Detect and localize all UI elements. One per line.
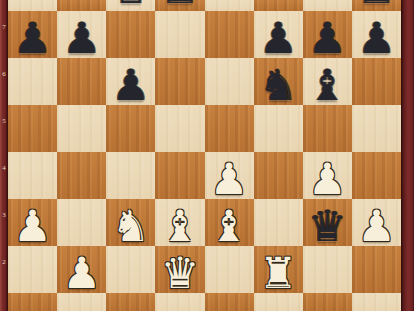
square-a7[interactable]: ♟ [8,11,57,58]
square-a1[interactable] [8,293,57,311]
square-a4[interactable] [8,152,57,199]
square-f8[interactable] [254,0,303,11]
black-pawn[interactable]: ♟ [259,17,298,60]
square-g5[interactable] [303,105,352,152]
square-b3[interactable] [57,199,106,246]
square-g1[interactable] [303,293,352,311]
rank-label-2: 2 [0,258,8,266]
square-h4[interactable] [352,152,401,199]
square-b8[interactable] [57,0,106,11]
rank-label-6: 6 [0,70,8,78]
square-c1[interactable] [106,293,155,311]
black-pawn[interactable]: ♟ [13,17,52,60]
square-h8[interactable]: ♜ [352,0,401,11]
black-rook-clipped[interactable]: ♜ [357,0,396,10]
square-c8[interactable]: ♚ [106,0,155,11]
square-h3[interactable]: ♟ [352,199,401,246]
square-a6[interactable] [8,58,57,105]
white-pawn[interactable]: ♟ [13,205,52,248]
square-f3[interactable] [254,199,303,246]
square-g6[interactable]: ♝ [303,58,352,105]
square-a3[interactable]: ♟ [8,199,57,246]
square-e2[interactable] [205,246,254,293]
black-pawn[interactable]: ♟ [112,64,151,107]
square-b7[interactable]: ♟ [57,11,106,58]
square-h6[interactable] [352,58,401,105]
square-b4[interactable] [57,152,106,199]
square-d8[interactable]: ♜ [155,0,204,11]
black-knight[interactable]: ♞ [259,64,298,107]
square-g8[interactable] [303,0,352,11]
square-c3[interactable]: ♞ [106,199,155,246]
square-a2[interactable] [8,246,57,293]
square-e8[interactable] [205,0,254,11]
square-d7[interactable] [155,11,204,58]
white-rook[interactable]: ♜ [259,252,298,295]
square-h5[interactable] [352,105,401,152]
square-d3[interactable]: ♝ [155,199,204,246]
white-bishop[interactable]: ♝ [210,205,249,248]
square-e6[interactable] [205,58,254,105]
square-c6[interactable]: ♟ [106,58,155,105]
square-a8[interactable] [8,0,57,11]
black-pawn[interactable]: ♟ [62,17,101,60]
square-b6[interactable] [57,58,106,105]
rank-label-4: 4 [0,164,8,172]
square-d4[interactable] [155,152,204,199]
chessboard: ♚♜♜♟♟♟♟♟♟♞♝♟♟♟♞♝♝♛♟♟♛♜ 765432 [0,0,414,311]
black-pawn[interactable]: ♟ [357,17,396,60]
square-h7[interactable]: ♟ [352,11,401,58]
square-d2[interactable]: ♛ [155,246,204,293]
square-c7[interactable] [106,11,155,58]
square-c4[interactable] [106,152,155,199]
square-f6[interactable]: ♞ [254,58,303,105]
square-c5[interactable] [106,105,155,152]
square-f7[interactable]: ♟ [254,11,303,58]
rank-label-5: 5 [0,117,8,125]
square-e5[interactable] [205,105,254,152]
white-pawn[interactable]: ♟ [357,205,396,248]
square-g4[interactable]: ♟ [303,152,352,199]
white-bishop[interactable]: ♝ [161,205,200,248]
square-e7[interactable] [205,11,254,58]
white-knight[interactable]: ♞ [112,205,151,248]
rank-label-7: 7 [0,23,8,31]
white-pawn[interactable]: ♟ [308,158,347,201]
square-f5[interactable] [254,105,303,152]
square-d5[interactable] [155,105,204,152]
white-pawn[interactable]: ♟ [210,158,249,201]
rank-label-3: 3 [0,211,8,219]
square-h2[interactable] [352,246,401,293]
black-queen[interactable]: ♛ [308,205,347,248]
square-g3[interactable]: ♛ [303,199,352,246]
square-f2[interactable]: ♜ [254,246,303,293]
white-pawn[interactable]: ♟ [62,252,101,295]
black-pawn[interactable]: ♟ [308,17,347,60]
square-g2[interactable] [303,246,352,293]
black-bishop[interactable]: ♝ [308,64,347,107]
board-grid: ♚♜♜♟♟♟♟♟♟♞♝♟♟♟♞♝♝♛♟♟♛♜ [8,0,401,311]
square-e1[interactable] [205,293,254,311]
black-king-clipped[interactable]: ♚ [112,0,151,10]
square-h1[interactable] [352,293,401,311]
black-rook-clipped[interactable]: ♜ [161,0,200,10]
square-b5[interactable] [57,105,106,152]
square-f4[interactable] [254,152,303,199]
square-d6[interactable] [155,58,204,105]
square-b2[interactable]: ♟ [57,246,106,293]
white-queen[interactable]: ♛ [161,252,200,295]
square-a5[interactable] [8,105,57,152]
square-g7[interactable]: ♟ [303,11,352,58]
square-e3[interactable]: ♝ [205,199,254,246]
square-e4[interactable]: ♟ [205,152,254,199]
board-right-border [401,0,414,311]
square-c2[interactable] [106,246,155,293]
